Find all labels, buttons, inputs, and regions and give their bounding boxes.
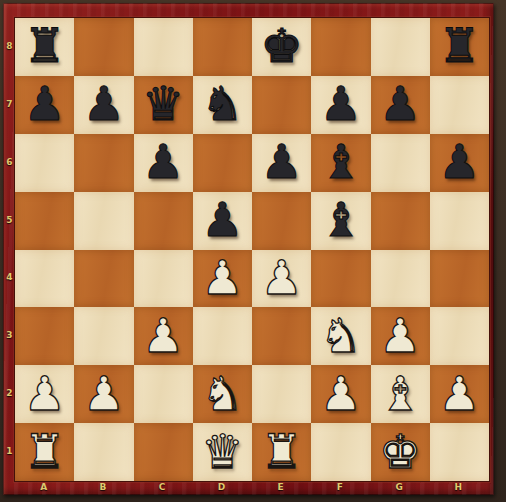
square-h2[interactable]: ♟ [430,365,489,423]
square-e3[interactable] [252,307,311,365]
square-b7[interactable]: ♟ [74,76,133,134]
square-f3[interactable]: ♞ [311,307,370,365]
square-e1[interactable]: ♜ [252,423,311,481]
file-label-a: A [40,482,47,492]
square-f6[interactable]: ♝ [311,134,370,192]
square-g3[interactable]: ♟ [371,307,430,365]
square-f8[interactable] [311,18,370,76]
piece-white-pawn[interactable]: ♟ [201,254,243,301]
piece-white-rook[interactable]: ♜ [24,428,66,475]
square-g1[interactable]: ♚ [371,423,430,481]
piece-white-pawn[interactable]: ♟ [438,370,480,417]
rank-label-8: 8 [5,41,14,51]
square-b2[interactable]: ♟ [74,365,133,423]
square-a3[interactable] [15,307,74,365]
square-c6[interactable]: ♟ [134,134,193,192]
file-label-e: E [278,482,284,492]
square-d2[interactable]: ♞ [193,365,252,423]
square-c8[interactable] [134,18,193,76]
square-b6[interactable] [74,134,133,192]
piece-black-pawn[interactable]: ♟ [261,138,303,185]
piece-white-pawn[interactable]: ♟ [83,370,125,417]
piece-white-pawn[interactable]: ♟ [261,254,303,301]
piece-black-knight[interactable]: ♞ [201,80,243,127]
square-a6[interactable] [15,134,74,192]
piece-white-king[interactable]: ♚ [379,428,421,475]
square-h3[interactable] [430,307,489,365]
piece-white-knight[interactable]: ♞ [201,370,243,417]
file-label-h: H [455,482,463,492]
square-a7[interactable]: ♟ [15,76,74,134]
piece-black-pawn[interactable]: ♟ [201,196,243,243]
square-c2[interactable] [134,365,193,423]
square-e4[interactable]: ♟ [252,250,311,308]
rank-label-3: 3 [5,330,14,340]
rank-label-7: 7 [5,99,14,109]
piece-black-queen[interactable]: ♛ [142,80,184,127]
square-e7[interactable] [252,76,311,134]
file-label-c: C [159,482,166,492]
square-g2[interactable]: ♝ [371,365,430,423]
rank-label-4: 4 [5,272,14,282]
square-d4[interactable]: ♟ [193,250,252,308]
chessboard: ♜♚♜♟♟♛♞♟♟♟♟♝♟♟♝♟♟♟♞♟♟♟♞♟♝♟♜♛♜♚ [14,17,490,482]
square-h8[interactable]: ♜ [430,18,489,76]
square-h6[interactable]: ♟ [430,134,489,192]
square-b5[interactable] [74,192,133,250]
piece-white-queen[interactable]: ♛ [201,428,243,475]
piece-black-bishop[interactable]: ♝ [320,138,362,185]
piece-white-bishop[interactable]: ♝ [379,370,421,417]
chess-diagram: ♜♚♜♟♟♛♞♟♟♟♟♝♟♟♝♟♟♟♞♟♟♟♞♟♝♟♜♛♜♚ ABCDEFGH8… [0,0,506,502]
square-e6[interactable]: ♟ [252,134,311,192]
piece-black-bishop[interactable]: ♝ [320,196,362,243]
square-b8[interactable] [74,18,133,76]
square-g7[interactable]: ♟ [371,76,430,134]
piece-black-pawn[interactable]: ♟ [320,80,362,127]
piece-white-pawn[interactable]: ♟ [142,312,184,359]
rank-label-6: 6 [5,157,14,167]
square-a2[interactable]: ♟ [15,365,74,423]
square-h4[interactable] [430,250,489,308]
square-c3[interactable]: ♟ [134,307,193,365]
file-label-f: F [337,482,343,492]
rank-label-1: 1 [5,446,14,456]
square-a1[interactable]: ♜ [15,423,74,481]
piece-black-pawn[interactable]: ♟ [438,138,480,185]
square-h7[interactable] [430,76,489,134]
square-g5[interactable] [371,192,430,250]
square-e5[interactable] [252,192,311,250]
piece-white-rook[interactable]: ♜ [261,428,303,475]
square-f4[interactable] [311,250,370,308]
square-e2[interactable] [252,365,311,423]
square-f5[interactable]: ♝ [311,192,370,250]
file-label-g: G [395,482,402,492]
square-d5[interactable]: ♟ [193,192,252,250]
square-g8[interactable] [371,18,430,76]
square-c5[interactable] [134,192,193,250]
piece-white-pawn[interactable]: ♟ [24,370,66,417]
square-h5[interactable] [430,192,489,250]
piece-white-pawn[interactable]: ♟ [320,370,362,417]
rank-label-5: 5 [5,215,14,225]
square-f1[interactable] [311,423,370,481]
square-d6[interactable] [193,134,252,192]
piece-black-pawn[interactable]: ♟ [24,80,66,127]
square-d1[interactable]: ♛ [193,423,252,481]
square-b4[interactable] [74,250,133,308]
square-e8[interactable]: ♚ [252,18,311,76]
square-d8[interactable] [193,18,252,76]
piece-white-pawn[interactable]: ♟ [379,312,421,359]
square-a5[interactable] [15,192,74,250]
square-b3[interactable] [74,307,133,365]
square-a4[interactable] [15,250,74,308]
square-h1[interactable] [430,423,489,481]
square-c1[interactable] [134,423,193,481]
square-c7[interactable]: ♛ [134,76,193,134]
square-f2[interactable]: ♟ [311,365,370,423]
piece-black-king[interactable]: ♚ [261,22,303,69]
file-label-b: B [99,482,106,492]
square-a8[interactable]: ♜ [15,18,74,76]
piece-black-pawn[interactable]: ♟ [142,138,184,185]
square-d3[interactable] [193,307,252,365]
file-label-d: D [218,482,225,492]
piece-black-rook[interactable]: ♜ [24,22,66,69]
square-f7[interactable]: ♟ [311,76,370,134]
square-b1[interactable] [74,423,133,481]
square-g4[interactable] [371,250,430,308]
board-frame: ♜♚♜♟♟♛♞♟♟♟♟♝♟♟♝♟♟♟♞♟♟♟♞♟♝♟♜♛♜♚ ABCDEFGH8… [3,3,494,495]
square-g6[interactable] [371,134,430,192]
piece-black-pawn[interactable]: ♟ [379,80,421,127]
rank-label-2: 2 [5,388,14,398]
square-d7[interactable]: ♞ [193,76,252,134]
square-c4[interactable] [134,250,193,308]
piece-black-pawn[interactable]: ♟ [83,80,125,127]
piece-white-knight[interactable]: ♞ [320,312,362,359]
piece-black-rook[interactable]: ♜ [438,22,480,69]
